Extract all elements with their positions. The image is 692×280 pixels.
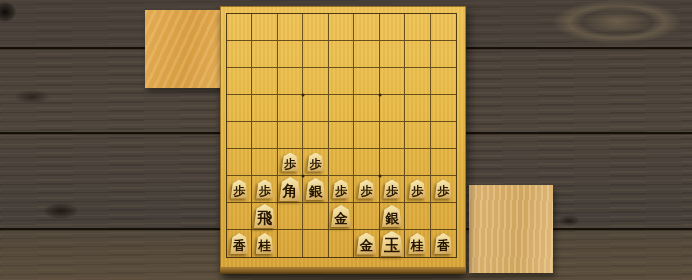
board-cell[interactable]: 歩	[354, 176, 379, 203]
piece-kanji: 金	[360, 239, 374, 255]
board-cell[interactable]	[380, 41, 405, 68]
board-cell[interactable]: 金	[329, 203, 354, 230]
board-cell[interactable]	[354, 68, 379, 95]
shogi-piece-pawn[interactable]: 歩	[358, 180, 375, 199]
wood-knot	[0, 2, 16, 22]
shogi-piece-king[interactable]: 玉	[381, 231, 404, 256]
board-cell[interactable]: 角	[278, 176, 303, 203]
board-cell[interactable]: 銀	[303, 176, 328, 203]
board-cell[interactable]	[303, 68, 328, 95]
piece-body: 銀	[382, 205, 402, 227]
board-cell[interactable]	[329, 14, 354, 41]
piece-stand-left	[145, 10, 223, 88]
board-cell[interactable]	[329, 122, 354, 149]
shogi-piece-pawn[interactable]: 歩	[332, 180, 349, 199]
shogi-piece-silver[interactable]: 銀	[306, 178, 326, 200]
piece-kanji: 香	[437, 240, 450, 255]
wood-knot	[14, 90, 50, 104]
piece-body: 歩	[231, 180, 248, 199]
board-cell[interactable]	[431, 41, 456, 68]
piece-stand-right	[469, 185, 553, 273]
shogi-piece-pawn[interactable]: 歩	[256, 180, 273, 199]
board-cell[interactable]	[405, 149, 430, 176]
shogi-piece-lance[interactable]: 香	[434, 233, 452, 254]
piece-body: 香	[230, 233, 248, 254]
board-cell[interactable]	[354, 203, 379, 230]
board-cell[interactable]	[380, 149, 405, 176]
board-cell[interactable]: 桂	[252, 230, 277, 257]
board-cell[interactable]: 玉	[380, 230, 405, 257]
piece-body: 歩	[409, 180, 426, 199]
board-cell[interactable]	[252, 41, 277, 68]
board-cell[interactable]	[405, 122, 430, 149]
board-cell[interactable]	[354, 41, 379, 68]
shogi-piece-gold[interactable]: 金	[331, 205, 351, 227]
board-cell[interactable]	[431, 122, 456, 149]
shogi-piece-pawn[interactable]: 歩	[307, 153, 324, 172]
board-cell[interactable]	[431, 95, 456, 122]
piece-kanji: 桂	[258, 240, 271, 255]
board-cell[interactable]	[278, 68, 303, 95]
board-cell[interactable]	[278, 41, 303, 68]
piece-kanji: 角	[283, 184, 298, 201]
board-cell[interactable]	[354, 14, 379, 41]
board-cell[interactable]: 歩	[303, 149, 328, 176]
piece-kanji: 歩	[310, 158, 322, 172]
board-cell[interactable]	[380, 14, 405, 41]
piece-kanji: 歩	[437, 185, 449, 199]
piece-body: 歩	[383, 180, 400, 199]
board-cell[interactable]: 歩	[252, 176, 277, 203]
piece-kanji: 歩	[411, 185, 423, 199]
board-cell[interactable]	[278, 230, 303, 257]
board-cell[interactable]	[278, 122, 303, 149]
board-cell[interactable]	[227, 68, 252, 95]
board-cell[interactable]	[227, 203, 252, 230]
piece-body: 香	[434, 233, 452, 254]
shogi-piece-rook[interactable]: 飛	[254, 204, 276, 228]
star-point	[302, 93, 305, 96]
board-cell[interactable]	[431, 203, 456, 230]
wood-knot	[44, 203, 78, 219]
shogi-piece-gold[interactable]: 金	[356, 233, 376, 255]
piece-body: 金	[356, 233, 376, 255]
piece-body: 銀	[306, 178, 326, 200]
board-cell[interactable]	[303, 230, 328, 257]
star-point	[378, 93, 381, 96]
piece-body: 歩	[358, 180, 375, 199]
piece-kanji: 歩	[259, 185, 271, 199]
scene: 歩歩歩歩角銀歩歩歩歩歩飛金銀香桂金玉桂香	[0, 0, 692, 280]
shogi-piece-knight[interactable]: 桂	[256, 233, 274, 254]
piece-kanji: 玉	[384, 238, 400, 256]
piece-kanji: 歩	[233, 185, 245, 199]
board-cell[interactable]	[431, 68, 456, 95]
shogi-piece-silver[interactable]: 銀	[382, 205, 402, 227]
board-cell[interactable]	[380, 68, 405, 95]
board-bottom-edge	[220, 268, 466, 274]
board-cell[interactable]	[329, 95, 354, 122]
shogi-piece-pawn[interactable]: 歩	[435, 180, 452, 199]
board-cell[interactable]	[354, 95, 379, 122]
board-cell[interactable]	[329, 230, 354, 257]
board-cell[interactable]	[252, 95, 277, 122]
board-cell[interactable]	[405, 68, 430, 95]
piece-body: 桂	[256, 233, 274, 254]
board-cell[interactable]: 飛	[252, 203, 277, 230]
piece-kanji: 歩	[335, 185, 347, 199]
board-cell[interactable]: 桂	[405, 230, 430, 257]
board-cell[interactable]: 歩	[329, 176, 354, 203]
shogi-board: 歩歩歩歩角銀歩歩歩歩歩飛金銀香桂金玉桂香	[220, 6, 466, 274]
board-cell[interactable]: 香	[431, 230, 456, 257]
piece-body: 玉	[381, 231, 404, 256]
star-point	[302, 175, 305, 178]
board-cell[interactable]	[227, 95, 252, 122]
board-cell[interactable]	[227, 149, 252, 176]
board-cell[interactable]	[431, 14, 456, 41]
board-cell[interactable]	[252, 68, 277, 95]
board-cell[interactable]: 歩	[278, 149, 303, 176]
shogi-piece-pawn[interactable]: 歩	[383, 180, 400, 199]
shogi-piece-pawn[interactable]: 歩	[231, 180, 248, 199]
board-cell[interactable]	[303, 122, 328, 149]
piece-body: 歩	[332, 180, 349, 199]
board-cell[interactable]: 歩	[405, 176, 430, 203]
wood-knot	[558, 215, 580, 226]
board-cell[interactable]	[329, 41, 354, 68]
board-cell[interactable]	[405, 203, 430, 230]
board-cell[interactable]	[252, 149, 277, 176]
piece-body: 歩	[256, 180, 273, 199]
board-cell[interactable]	[405, 41, 430, 68]
piece-kanji: 香	[233, 240, 246, 255]
board-cell[interactable]	[354, 122, 379, 149]
board-cell[interactable]	[354, 149, 379, 176]
piece-body: 金	[331, 205, 351, 227]
shogi-piece-pawn[interactable]: 歩	[409, 180, 426, 199]
board-cell[interactable]: 歩	[431, 176, 456, 203]
board-cell[interactable]	[380, 122, 405, 149]
board-cell[interactable]: 香	[227, 230, 252, 257]
piece-kanji: 飛	[257, 211, 272, 228]
piece-kanji: 桂	[411, 240, 424, 255]
piece-body: 歩	[282, 153, 299, 172]
board-cell[interactable]	[278, 203, 303, 230]
board-cell[interactable]	[405, 95, 430, 122]
board-cell[interactable]: 歩	[227, 176, 252, 203]
board-cell[interactable]	[303, 41, 328, 68]
piece-kanji: 歩	[360, 185, 372, 199]
piece-body: 歩	[435, 180, 452, 199]
board-cell[interactable]	[227, 122, 252, 149]
piece-body: 飛	[254, 204, 276, 228]
board-cell[interactable]	[329, 68, 354, 95]
piece-kanji: 歩	[386, 185, 398, 199]
board-cell[interactable]	[252, 14, 277, 41]
board-grid: 歩歩歩歩角銀歩歩歩歩歩飛金銀香桂金玉桂香	[226, 13, 457, 258]
piece-kanji: 金	[334, 212, 348, 228]
board-cell[interactable]	[329, 149, 354, 176]
board-cell[interactable]	[227, 14, 252, 41]
board-cell[interactable]: 歩	[380, 176, 405, 203]
wood-knot	[552, 0, 682, 44]
board-cell[interactable]	[227, 41, 252, 68]
board-cell[interactable]	[303, 14, 328, 41]
board-cell[interactable]	[431, 149, 456, 176]
board-cell[interactable]	[405, 14, 430, 41]
board-cell[interactable]: 銀	[380, 203, 405, 230]
board-cell[interactable]	[278, 14, 303, 41]
board-cell[interactable]	[278, 95, 303, 122]
piece-kanji: 銀	[309, 185, 323, 201]
shogi-piece-bishop[interactable]: 角	[279, 177, 301, 201]
piece-kanji: 銀	[385, 212, 399, 228]
board-cell[interactable]	[380, 95, 405, 122]
piece-body: 角	[279, 177, 301, 201]
star-point	[378, 175, 381, 178]
shogi-piece-knight[interactable]: 桂	[408, 233, 426, 254]
piece-kanji: 歩	[284, 158, 296, 172]
piece-body: 桂	[408, 233, 426, 254]
board-cell[interactable]	[303, 203, 328, 230]
shogi-piece-pawn[interactable]: 歩	[282, 153, 299, 172]
piece-body: 歩	[307, 153, 324, 172]
board-cell[interactable]	[303, 95, 328, 122]
board-cell[interactable]	[252, 122, 277, 149]
board-cell[interactable]: 金	[354, 230, 379, 257]
shogi-piece-lance[interactable]: 香	[230, 233, 248, 254]
